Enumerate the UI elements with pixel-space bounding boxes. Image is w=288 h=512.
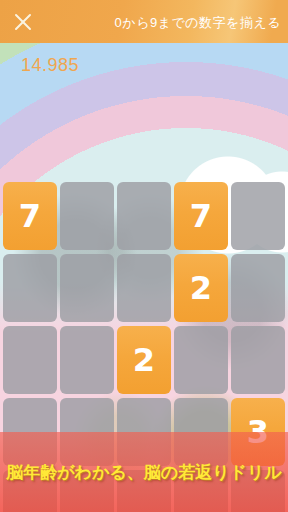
header-bar: 0から9までの数字を揃える — [0, 0, 288, 43]
tile-digit: 2 — [190, 272, 212, 304]
empty-cell-r3c5 — [231, 326, 285, 394]
ad-banner-text: 脳年齢がわかる、脳の若返りドリル — [6, 461, 282, 484]
empty-cell-r3c2 — [60, 326, 114, 394]
empty-cell-r2c3 — [117, 254, 171, 322]
empty-cell-r2c1 — [3, 254, 57, 322]
ad-banner[interactable]: 脳年齢がわかる、脳の若返りドリル — [0, 432, 288, 512]
timer-value: 14.985 — [21, 55, 79, 76]
tile-r3c3[interactable]: 2 — [117, 326, 171, 394]
tile-r1c1[interactable]: 7 — [3, 182, 57, 250]
empty-cell-r1c5 — [231, 182, 285, 250]
game-screen: 77223 0から9までの数字を揃える 14.985 脳年齢がわかる、脳の若返り… — [0, 0, 288, 512]
empty-cell-r3c4 — [174, 326, 228, 394]
empty-cell-r2c2 — [60, 254, 114, 322]
tile-digit: 2 — [133, 344, 155, 376]
close-button[interactable] — [8, 7, 38, 37]
empty-cell-r2c5 — [231, 254, 285, 322]
tile-r1c4[interactable]: 7 — [174, 182, 228, 250]
empty-cell-r1c2 — [60, 182, 114, 250]
tile-r2c4[interactable]: 2 — [174, 254, 228, 322]
header-title: 0から9までの数字を揃える — [115, 14, 281, 32]
tile-digit: 7 — [190, 200, 212, 232]
empty-cell-r1c3 — [117, 182, 171, 250]
close-icon — [13, 12, 33, 32]
tile-digit: 7 — [19, 200, 41, 232]
empty-cell-r3c1 — [3, 326, 57, 394]
